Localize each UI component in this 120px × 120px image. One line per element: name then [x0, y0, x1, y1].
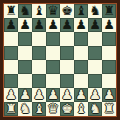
square-g2[interactable]: ♟: [88, 88, 102, 102]
square-h6[interactable]: [102, 32, 116, 46]
square-d5[interactable]: [46, 46, 60, 60]
square-h8[interactable]: ♜: [102, 4, 116, 18]
piece-black-pawn: ♟: [19, 18, 31, 32]
piece-white-pawn: ♟: [61, 88, 73, 102]
square-f8[interactable]: ♝: [74, 4, 88, 18]
square-c3[interactable]: [32, 74, 46, 88]
square-f6[interactable]: [74, 32, 88, 46]
square-d6[interactable]: [46, 32, 60, 46]
square-a7[interactable]: ♟: [4, 18, 18, 32]
square-h5[interactable]: [102, 46, 116, 60]
square-e8[interactable]: ♚: [60, 4, 74, 18]
square-g1[interactable]: ♞: [88, 102, 102, 116]
square-e3[interactable]: [60, 74, 74, 88]
square-e1[interactable]: ♚: [60, 102, 74, 116]
square-h3[interactable]: [102, 74, 116, 88]
piece-black-bishop: ♝: [75, 4, 87, 18]
piece-black-pawn: ♟: [103, 18, 115, 32]
square-a1[interactable]: ♜: [4, 102, 18, 116]
square-h4[interactable]: [102, 60, 116, 74]
square-b1[interactable]: ♞: [18, 102, 32, 116]
square-c5[interactable]: [32, 46, 46, 60]
piece-black-pawn: ♟: [61, 18, 73, 32]
square-b3[interactable]: [18, 74, 32, 88]
square-f1[interactable]: ♝: [74, 102, 88, 116]
square-g3[interactable]: [88, 74, 102, 88]
square-d1[interactable]: ♛: [46, 102, 60, 116]
piece-black-rook: ♜: [103, 4, 115, 18]
square-g7[interactable]: ♟: [88, 18, 102, 32]
piece-white-king: ♚: [61, 102, 73, 116]
piece-black-pawn: ♟: [75, 18, 87, 32]
piece-white-pawn: ♟: [5, 88, 17, 102]
square-b6[interactable]: [18, 32, 32, 46]
square-g4[interactable]: [88, 60, 102, 74]
square-b8[interactable]: ♞: [18, 4, 32, 18]
square-g6[interactable]: [88, 32, 102, 46]
piece-black-knight: ♞: [89, 4, 101, 18]
square-d2[interactable]: ♟: [46, 88, 60, 102]
piece-black-queen: ♛: [47, 4, 59, 18]
square-e2[interactable]: ♟: [60, 88, 74, 102]
square-d3[interactable]: [46, 74, 60, 88]
piece-white-pawn: ♟: [103, 88, 115, 102]
piece-black-knight: ♞: [19, 4, 31, 18]
piece-black-rook: ♜: [5, 4, 17, 18]
square-h1[interactable]: ♜: [102, 102, 116, 116]
square-b2[interactable]: ♟: [18, 88, 32, 102]
square-f4[interactable]: [74, 60, 88, 74]
square-e6[interactable]: [60, 32, 74, 46]
piece-white-bishop: ♝: [75, 102, 87, 116]
square-g8[interactable]: ♞: [88, 4, 102, 18]
square-c2[interactable]: ♟: [32, 88, 46, 102]
square-b7[interactable]: ♟: [18, 18, 32, 32]
chess-board-frame: ♜♞♝♛♚♝♞♜♟♟♟♟♟♟♟♟♟♟♟♟♟♟♟♟♜♞♝♛♚♝♞♜: [0, 0, 120, 120]
square-f2[interactable]: ♟: [74, 88, 88, 102]
piece-white-pawn: ♟: [47, 88, 59, 102]
square-a8[interactable]: ♜: [4, 4, 18, 18]
piece-white-knight: ♞: [89, 102, 101, 116]
square-c4[interactable]: [32, 60, 46, 74]
square-d4[interactable]: [46, 60, 60, 74]
piece-white-pawn: ♟: [19, 88, 31, 102]
square-f3[interactable]: [74, 74, 88, 88]
square-e7[interactable]: ♟: [60, 18, 74, 32]
square-g5[interactable]: [88, 46, 102, 60]
piece-black-bishop: ♝: [33, 4, 45, 18]
piece-white-knight: ♞: [19, 102, 31, 116]
piece-black-pawn: ♟: [33, 18, 45, 32]
piece-white-pawn: ♟: [33, 88, 45, 102]
square-f7[interactable]: ♟: [74, 18, 88, 32]
square-c7[interactable]: ♟: [32, 18, 46, 32]
square-f5[interactable]: [74, 46, 88, 60]
square-a5[interactable]: [4, 46, 18, 60]
piece-white-bishop: ♝: [33, 102, 45, 116]
piece-black-pawn: ♟: [89, 18, 101, 32]
piece-white-pawn: ♟: [75, 88, 87, 102]
square-h7[interactable]: ♟: [102, 18, 116, 32]
square-c1[interactable]: ♝: [32, 102, 46, 116]
piece-black-king: ♚: [61, 4, 73, 18]
square-a6[interactable]: [4, 32, 18, 46]
square-e4[interactable]: [60, 60, 74, 74]
square-c6[interactable]: [32, 32, 46, 46]
piece-black-pawn: ♟: [47, 18, 59, 32]
square-a4[interactable]: [4, 60, 18, 74]
square-d7[interactable]: ♟: [46, 18, 60, 32]
chess-board: ♜♞♝♛♚♝♞♜♟♟♟♟♟♟♟♟♟♟♟♟♟♟♟♟♜♞♝♛♚♝♞♜: [4, 4, 116, 116]
square-a2[interactable]: ♟: [4, 88, 18, 102]
square-a3[interactable]: [4, 74, 18, 88]
piece-white-rook: ♜: [5, 102, 17, 116]
piece-white-queen: ♛: [47, 102, 59, 116]
square-d8[interactable]: ♛: [46, 4, 60, 18]
piece-white-rook: ♜: [103, 102, 115, 116]
piece-black-pawn: ♟: [5, 18, 17, 32]
square-e5[interactable]: [60, 46, 74, 60]
square-b4[interactable]: [18, 60, 32, 74]
square-h2[interactable]: ♟: [102, 88, 116, 102]
square-c8[interactable]: ♝: [32, 4, 46, 18]
piece-white-pawn: ♟: [89, 88, 101, 102]
square-b5[interactable]: [18, 46, 32, 60]
